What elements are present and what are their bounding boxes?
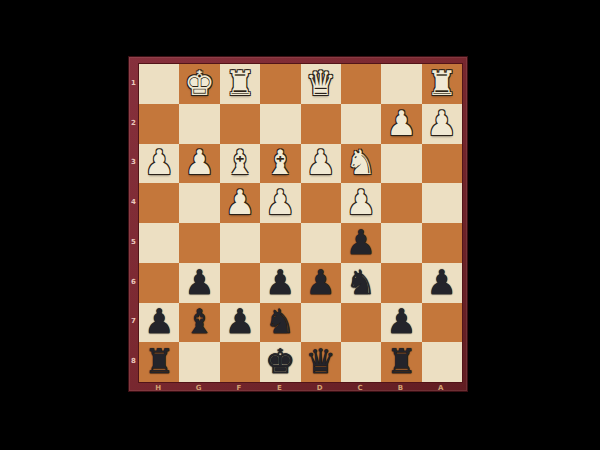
square-e2[interactable]: [260, 104, 300, 144]
black-pawn-e6: ♟: [265, 265, 295, 299]
rank-label-2: 2: [129, 103, 138, 143]
rank-label-4: 4: [129, 182, 138, 222]
square-a8[interactable]: [422, 342, 462, 382]
square-g1[interactable]: ♚: [179, 64, 219, 104]
square-h2[interactable]: [139, 104, 179, 144]
white-king-g1: ♚: [184, 66, 214, 100]
square-c4[interactable]: ♟: [341, 183, 381, 223]
square-g6[interactable]: ♟: [179, 263, 219, 303]
black-pawn-h7: ♟: [144, 304, 174, 338]
square-f4[interactable]: ♟: [220, 183, 260, 223]
square-e7[interactable]: ♞: [260, 303, 300, 343]
square-f1[interactable]: ♜: [220, 64, 260, 104]
chess-board: 12345678 ♚♜♛♜♟♟♟♟♝♝♟♞♟♟♟♟♟♟♟♞♟♟♝♟♞♟♜♚♛♜ …: [128, 56, 468, 392]
black-pawn-f7: ♟: [225, 304, 255, 338]
square-g3[interactable]: ♟: [179, 144, 219, 184]
square-c5[interactable]: ♟: [341, 223, 381, 263]
square-c3[interactable]: ♞: [341, 144, 381, 184]
square-c2[interactable]: [341, 104, 381, 144]
black-pawn-c5: ♟: [346, 225, 376, 259]
square-b6[interactable]: [381, 263, 421, 303]
square-d6[interactable]: ♟: [301, 263, 341, 303]
rank-label-3: 3: [129, 143, 138, 183]
rank-label-6: 6: [129, 262, 138, 302]
square-f5[interactable]: [220, 223, 260, 263]
square-a4[interactable]: [422, 183, 462, 223]
white-pawn-h3: ♟: [144, 145, 174, 179]
white-rook-f1: ♜: [225, 66, 255, 100]
black-rook-b8: ♜: [386, 344, 416, 378]
square-h5[interactable]: [139, 223, 179, 263]
file-label-f: F: [219, 382, 259, 393]
square-d8[interactable]: ♛: [301, 342, 341, 382]
rank-label-8: 8: [129, 341, 138, 381]
square-e4[interactable]: ♟: [260, 183, 300, 223]
square-g5[interactable]: [179, 223, 219, 263]
square-h8[interactable]: ♜: [139, 342, 179, 382]
square-b4[interactable]: [381, 183, 421, 223]
file-label-g: G: [178, 382, 218, 393]
white-rook-a1: ♜: [427, 66, 457, 100]
square-b3[interactable]: [381, 144, 421, 184]
square-e3[interactable]: ♝: [260, 144, 300, 184]
square-f3[interactable]: ♝: [220, 144, 260, 184]
black-pawn-a6: ♟: [427, 265, 457, 299]
black-queen-d8: ♛: [305, 344, 335, 378]
black-rook-h8: ♜: [144, 344, 174, 378]
square-b7[interactable]: ♟: [381, 303, 421, 343]
square-d5[interactable]: [301, 223, 341, 263]
file-labels: HGFEDCBA: [138, 382, 461, 393]
rank-label-7: 7: [129, 302, 138, 342]
file-label-a: A: [421, 382, 461, 393]
file-label-b: B: [380, 382, 420, 393]
white-bishop-f3: ♝: [225, 145, 255, 179]
square-a1[interactable]: ♜: [422, 64, 462, 104]
square-b8[interactable]: ♜: [381, 342, 421, 382]
square-h3[interactable]: ♟: [139, 144, 179, 184]
square-c8[interactable]: [341, 342, 381, 382]
video-frame: 12345678 ♚♜♛♜♟♟♟♟♝♝♟♞♟♟♟♟♟♟♟♞♟♟♝♟♞♟♜♚♛♜ …: [0, 0, 600, 450]
square-h6[interactable]: [139, 263, 179, 303]
square-c1[interactable]: [341, 64, 381, 104]
square-d4[interactable]: [301, 183, 341, 223]
square-f8[interactable]: [220, 342, 260, 382]
rank-labels: 12345678: [129, 63, 138, 381]
white-pawn-e4: ♟: [265, 185, 295, 219]
square-c6[interactable]: ♞: [341, 263, 381, 303]
file-label-e: E: [259, 382, 299, 393]
black-knight-c6: ♞: [346, 265, 376, 299]
square-b5[interactable]: [381, 223, 421, 263]
square-b2[interactable]: ♟: [381, 104, 421, 144]
black-knight-e7: ♞: [265, 304, 295, 338]
white-pawn-b2: ♟: [386, 106, 416, 140]
square-h1[interactable]: [139, 64, 179, 104]
white-bishop-e3: ♝: [265, 145, 295, 179]
square-g7[interactable]: ♝: [179, 303, 219, 343]
rank-label-5: 5: [129, 222, 138, 262]
white-pawn-d3: ♟: [305, 145, 335, 179]
square-d1[interactable]: ♛: [301, 64, 341, 104]
square-h7[interactable]: ♟: [139, 303, 179, 343]
file-label-d: D: [300, 382, 340, 393]
white-pawn-g3: ♟: [184, 145, 214, 179]
square-g8[interactable]: [179, 342, 219, 382]
square-a5[interactable]: [422, 223, 462, 263]
white-queen-d1: ♛: [305, 66, 335, 100]
square-e6[interactable]: ♟: [260, 263, 300, 303]
white-pawn-c4: ♟: [346, 185, 376, 219]
square-g2[interactable]: [179, 104, 219, 144]
square-a6[interactable]: ♟: [422, 263, 462, 303]
square-d7[interactable]: [301, 303, 341, 343]
square-e5[interactable]: [260, 223, 300, 263]
board-grid: ♚♜♛♜♟♟♟♟♝♝♟♞♟♟♟♟♟♟♟♞♟♟♝♟♞♟♜♚♛♜: [138, 63, 463, 383]
black-bishop-g7: ♝: [184, 304, 214, 338]
square-b1[interactable]: [381, 64, 421, 104]
file-label-c: C: [340, 382, 380, 393]
square-e1[interactable]: [260, 64, 300, 104]
square-d2[interactable]: [301, 104, 341, 144]
white-pawn-a2: ♟: [427, 106, 457, 140]
black-pawn-b7: ♟: [386, 304, 416, 338]
square-a3[interactable]: [422, 144, 462, 184]
file-label-h: H: [138, 382, 178, 393]
square-a2[interactable]: ♟: [422, 104, 462, 144]
square-f7[interactable]: ♟: [220, 303, 260, 343]
rank-label-1: 1: [129, 63, 138, 103]
white-knight-c3: ♞: [346, 145, 376, 179]
square-f2[interactable]: [220, 104, 260, 144]
black-pawn-g6: ♟: [184, 265, 214, 299]
square-d3[interactable]: ♟: [301, 144, 341, 184]
square-a7[interactable]: [422, 303, 462, 343]
white-pawn-f4: ♟: [225, 185, 255, 219]
square-g4[interactable]: [179, 183, 219, 223]
square-c7[interactable]: [341, 303, 381, 343]
black-pawn-d6: ♟: [305, 265, 335, 299]
square-f6[interactable]: [220, 263, 260, 303]
square-h4[interactable]: [139, 183, 179, 223]
black-king-e8: ♚: [265, 344, 295, 378]
square-e8[interactable]: ♚: [260, 342, 300, 382]
